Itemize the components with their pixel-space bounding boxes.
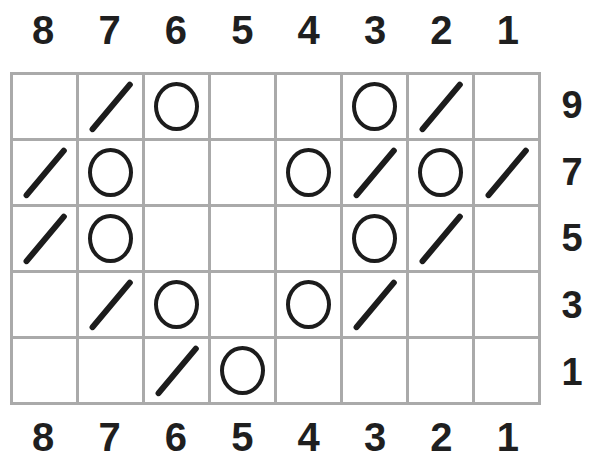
- k2tog-icon: [352, 278, 397, 331]
- yarn-over-icon: [88, 148, 133, 197]
- yarn-over-icon: [286, 148, 331, 197]
- col-label-top-6: 6: [143, 2, 209, 58]
- cell-col3-row9: [343, 75, 406, 138]
- cell-col8-row5: [13, 207, 76, 270]
- cell-col2-row3: [409, 273, 472, 336]
- cell-col5-row9: [211, 75, 274, 138]
- col-label-bottom-8: 8: [10, 409, 76, 465]
- cell-col1-row5: [475, 207, 538, 270]
- cell-col7-row3: [79, 273, 142, 336]
- cell-col3-row3: [343, 273, 406, 336]
- cell-col7-row5: [79, 207, 142, 270]
- cell-col2-row1: [409, 339, 472, 402]
- cell-col4-row7: [277, 141, 340, 204]
- cell-col3-row7: [343, 141, 406, 204]
- knitting-chart: 87654321 97531 87654321: [0, 0, 600, 468]
- cell-col6-row1: [145, 339, 208, 402]
- k2tog-icon: [88, 278, 133, 331]
- col-label-top-3: 3: [342, 2, 408, 58]
- k2tog-icon: [88, 80, 133, 133]
- row-label-1: 1: [546, 338, 598, 405]
- yarn-over-icon: [418, 148, 463, 197]
- cell-col6-row9: [145, 75, 208, 138]
- cell-col8-row1: [13, 339, 76, 402]
- col-label-top-1: 1: [475, 2, 541, 58]
- cell-col5-row1: [211, 339, 274, 402]
- cell-col8-row7: [13, 141, 76, 204]
- cell-col6-row7: [145, 141, 208, 204]
- k2tog-icon: [154, 344, 199, 397]
- yarn-over-icon: [352, 82, 397, 131]
- cell-col1-row1: [475, 339, 538, 402]
- col-label-top-8: 8: [10, 2, 76, 58]
- k2tog-icon: [418, 80, 463, 133]
- col-label-bottom-6: 6: [143, 409, 209, 465]
- cell-col6-row3: [145, 273, 208, 336]
- column-labels-top: 87654321: [10, 2, 541, 58]
- k2tog-icon: [22, 212, 67, 265]
- cell-col3-row5: [343, 207, 406, 270]
- cell-col7-row9: [79, 75, 142, 138]
- col-label-bottom-1: 1: [475, 409, 541, 465]
- cell-col2-row5: [409, 207, 472, 270]
- yarn-over-icon: [154, 82, 199, 131]
- k2tog-icon: [484, 146, 529, 199]
- col-label-bottom-7: 7: [76, 409, 142, 465]
- col-label-top-2: 2: [408, 2, 474, 58]
- row-label-5: 5: [546, 205, 598, 272]
- cell-col5-row3: [211, 273, 274, 336]
- col-label-top-5: 5: [209, 2, 275, 58]
- cell-col5-row5: [211, 207, 274, 270]
- cell-col8-row9: [13, 75, 76, 138]
- cell-col2-row9: [409, 75, 472, 138]
- cell-col7-row7: [79, 141, 142, 204]
- col-label-top-4: 4: [276, 2, 342, 58]
- yarn-over-icon: [286, 280, 331, 329]
- col-label-bottom-3: 3: [342, 409, 408, 465]
- cell-col6-row5: [145, 207, 208, 270]
- yarn-over-icon: [220, 346, 265, 395]
- row-label-3: 3: [546, 272, 598, 339]
- row-labels-right: 97531: [546, 72, 598, 405]
- cell-col1-row9: [475, 75, 538, 138]
- cell-col1-row3: [475, 273, 538, 336]
- col-label-top-7: 7: [76, 2, 142, 58]
- k2tog-icon: [22, 146, 67, 199]
- cell-col4-row3: [277, 273, 340, 336]
- row-label-9: 9: [546, 72, 598, 139]
- cell-col7-row1: [79, 339, 142, 402]
- cell-col5-row7: [211, 141, 274, 204]
- yarn-over-icon: [352, 214, 397, 263]
- cell-col1-row7: [475, 141, 538, 204]
- column-labels-bottom: 87654321: [10, 409, 541, 465]
- yarn-over-icon: [154, 280, 199, 329]
- row-label-7: 7: [546, 139, 598, 206]
- cell-col3-row1: [343, 339, 406, 402]
- yarn-over-icon: [88, 214, 133, 263]
- cell-col8-row3: [13, 273, 76, 336]
- k2tog-icon: [352, 146, 397, 199]
- k2tog-icon: [418, 212, 463, 265]
- cell-col4-row1: [277, 339, 340, 402]
- cell-col4-row9: [277, 75, 340, 138]
- col-label-bottom-4: 4: [276, 409, 342, 465]
- chart-grid: [10, 72, 541, 405]
- col-label-bottom-5: 5: [209, 409, 275, 465]
- cell-col2-row7: [409, 141, 472, 204]
- cell-col4-row5: [277, 207, 340, 270]
- col-label-bottom-2: 2: [408, 409, 474, 465]
